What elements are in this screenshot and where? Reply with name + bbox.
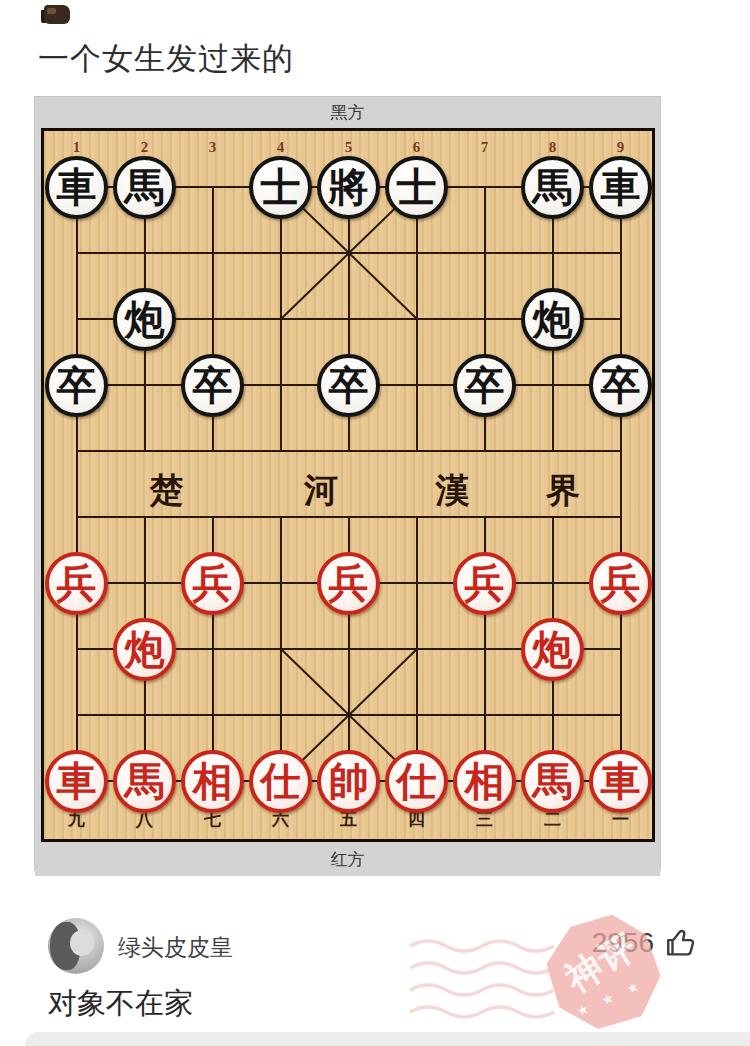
column-label-top-1: 1 [73,139,81,156]
piece-black-士: 士 [249,156,312,219]
piece-red-帥: 帥 [317,750,380,813]
piece-red-兵: 兵 [589,552,652,615]
piece-black-炮: 炮 [113,288,176,351]
red-side-bar: 红方 [35,842,660,876]
column-label-top-2: 2 [141,139,149,156]
column-label-top-5: 5 [345,139,353,156]
piece-black-炮: 炮 [521,288,584,351]
column-label-top-7: 7 [481,139,489,156]
column-label-top-9: 9 [617,139,625,156]
post-title: 一个女生发过来的 [38,38,294,80]
comment-section: 绿头皮皮皇 2956 对象不在家 神评 ★ ★ ★ [0,900,750,1046]
piece-red-仕: 仕 [249,750,312,813]
piece-black-馬: 馬 [113,156,176,219]
column-label-top-8: 8 [549,139,557,156]
piece-black-士: 士 [385,156,448,219]
piece-black-卒: 卒 [589,354,652,417]
piece-black-車: 車 [45,156,108,219]
piece-black-卒: 卒 [181,354,244,417]
river-label-right: 漢 界 [436,468,615,514]
thumbs-up-icon [664,926,698,960]
like-count: 2956 [592,927,654,959]
piece-red-馬: 馬 [521,750,584,813]
black-side-bar: 黑方 [35,97,660,128]
like-button[interactable]: 2956 [592,926,698,960]
piece-red-相: 相 [181,750,244,813]
column-label-top-4: 4 [277,139,285,156]
piece-red-炮: 炮 [113,618,176,681]
piece-black-將: 將 [317,156,380,219]
xiangqi-board-image[interactable]: 黑方 123456789 九八七六五四三二一 楚 河 漢 界 車馬士將士馬車炮炮… [35,97,660,870]
piece-red-兵: 兵 [181,552,244,615]
column-label-top-6: 6 [413,139,421,156]
piece-red-車: 車 [589,750,652,813]
next-card-edge[interactable] [25,1032,750,1046]
river-label-left: 楚 河 [150,468,395,514]
piece-red-兵: 兵 [317,552,380,615]
piece-red-兵: 兵 [453,552,516,615]
piece-red-車: 車 [45,750,108,813]
piece-black-馬: 馬 [521,156,584,219]
piece-black-卒: 卒 [45,354,108,417]
piece-red-兵: 兵 [45,552,108,615]
sticker-emoji-icon [44,5,70,24]
piece-black-卒: 卒 [317,354,380,417]
red-side-label: 红方 [331,848,365,871]
piece-black-車: 車 [589,156,652,219]
piece-black-卒: 卒 [453,354,516,417]
comment-text: 对象不在家 [48,984,193,1024]
stamp-stars: ★ ★ ★ [574,976,646,1019]
username[interactable]: 绿头皮皮皇 [118,932,233,963]
xiangqi-board: 123456789 九八七六五四三二一 楚 河 漢 界 車馬士將士馬車炮炮卒卒卒… [41,128,655,842]
piece-red-炮: 炮 [521,618,584,681]
avatar[interactable] [48,918,104,974]
postmark-waves-icon [408,932,558,1022]
piece-red-相: 相 [453,750,516,813]
black-side-label: 黑方 [331,101,365,124]
column-label-top-3: 3 [209,139,217,156]
piece-red-馬: 馬 [113,750,176,813]
piece-red-仕: 仕 [385,750,448,813]
